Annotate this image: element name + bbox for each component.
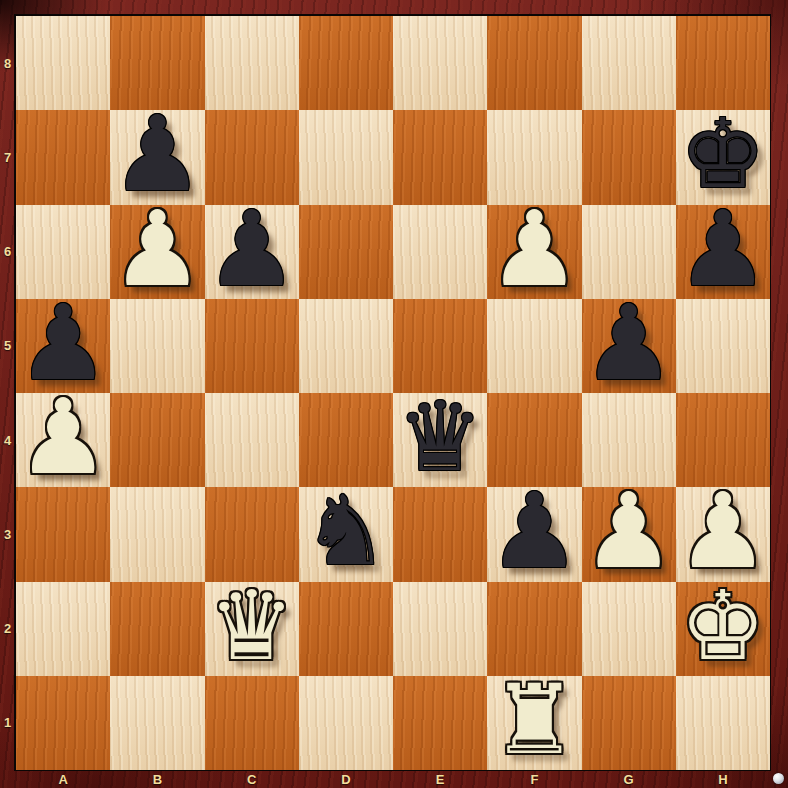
rank-label-2: 2 [0, 582, 15, 676]
square-d2[interactable] [299, 582, 393, 676]
square-d3[interactable]: ♞ [299, 487, 393, 581]
square-e7[interactable] [393, 110, 487, 204]
square-g2[interactable] [582, 582, 676, 676]
square-c3[interactable] [205, 487, 299, 581]
file-label-d: D [299, 770, 393, 788]
white-pawn-piece[interactable]: ♟ [582, 484, 675, 578]
black-pawn-piece[interactable]: ♟ [205, 202, 298, 296]
square-h6[interactable]: ♟ [676, 205, 770, 299]
black-pawn-piece[interactable]: ♟ [582, 296, 675, 390]
square-b6[interactable]: ♟ [110, 205, 204, 299]
square-f2[interactable] [487, 582, 581, 676]
file-labels: ABCDEFGH [16, 770, 770, 788]
square-c4[interactable] [205, 393, 299, 487]
black-knight-piece[interactable]: ♞ [303, 484, 389, 578]
square-g7[interactable] [582, 110, 676, 204]
white-queen-piece[interactable]: ♛ [209, 579, 295, 673]
square-g1[interactable] [582, 676, 676, 770]
white-pawn-piece[interactable]: ♟ [676, 484, 769, 578]
square-e5[interactable] [393, 299, 487, 393]
chess-board: ♟♚♟♟♟♟♟♟♟♛♞♟♟♟♛♚♜ [16, 16, 770, 770]
square-g8[interactable] [582, 16, 676, 110]
square-b4[interactable] [110, 393, 204, 487]
square-g5[interactable]: ♟ [582, 299, 676, 393]
file-label-e: E [393, 770, 487, 788]
rank-label-8: 8 [0, 16, 15, 110]
square-h3[interactable]: ♟ [676, 487, 770, 581]
square-f1[interactable]: ♜ [487, 676, 581, 770]
rank-label-4: 4 [0, 393, 15, 487]
square-h2[interactable]: ♚ [676, 582, 770, 676]
square-b3[interactable] [110, 487, 204, 581]
file-label-f: F [487, 770, 581, 788]
square-c8[interactable] [205, 16, 299, 110]
square-e1[interactable] [393, 676, 487, 770]
square-e2[interactable] [393, 582, 487, 676]
square-d1[interactable] [299, 676, 393, 770]
black-queen-piece[interactable]: ♛ [397, 390, 483, 484]
square-d4[interactable] [299, 393, 393, 487]
white-pawn-piece[interactable]: ♟ [17, 390, 110, 484]
square-a4[interactable]: ♟ [16, 393, 110, 487]
square-e8[interactable] [393, 16, 487, 110]
square-a3[interactable] [16, 487, 110, 581]
square-c5[interactable] [205, 299, 299, 393]
white-pawn-piece[interactable]: ♟ [488, 202, 581, 296]
rank-label-3: 3 [0, 487, 15, 581]
file-label-b: B [110, 770, 204, 788]
board-outline: ♟♚♟♟♟♟♟♟♟♛♞♟♟♟♛♚♜ [14, 14, 771, 771]
square-e6[interactable] [393, 205, 487, 299]
square-a1[interactable] [16, 676, 110, 770]
square-c2[interactable]: ♛ [205, 582, 299, 676]
white-pawn-piece[interactable]: ♟ [111, 202, 204, 296]
square-a8[interactable] [16, 16, 110, 110]
rank-labels: 87654321 [0, 16, 15, 770]
square-c1[interactable] [205, 676, 299, 770]
square-h8[interactable] [676, 16, 770, 110]
chess-board-frame: ♟♚♟♟♟♟♟♟♟♛♞♟♟♟♛♚♜ 87654321 ABCDEFGH [0, 0, 788, 788]
rank-label-5: 5 [0, 299, 15, 393]
file-label-g: G [582, 770, 676, 788]
square-f3[interactable]: ♟ [487, 487, 581, 581]
black-pawn-piece[interactable]: ♟ [488, 484, 581, 578]
black-pawn-piece[interactable]: ♟ [676, 202, 769, 296]
square-g3[interactable]: ♟ [582, 487, 676, 581]
square-f5[interactable] [487, 299, 581, 393]
file-label-c: C [205, 770, 299, 788]
square-d8[interactable] [299, 16, 393, 110]
square-b1[interactable] [110, 676, 204, 770]
square-f6[interactable]: ♟ [487, 205, 581, 299]
white-king-piece[interactable]: ♚ [680, 579, 766, 673]
square-e3[interactable] [393, 487, 487, 581]
square-h1[interactable] [676, 676, 770, 770]
rank-label-6: 6 [0, 205, 15, 299]
square-d7[interactable] [299, 110, 393, 204]
white-rook-piece[interactable]: ♜ [491, 673, 577, 767]
rank-label-1: 1 [0, 676, 15, 770]
rank-label-7: 7 [0, 110, 15, 204]
square-a2[interactable] [16, 582, 110, 676]
square-b2[interactable] [110, 582, 204, 676]
file-label-h: H [676, 770, 770, 788]
square-c6[interactable]: ♟ [205, 205, 299, 299]
white-to-move-indicator [773, 773, 784, 784]
square-d5[interactable] [299, 299, 393, 393]
square-f8[interactable] [487, 16, 581, 110]
square-d6[interactable] [299, 205, 393, 299]
square-b5[interactable] [110, 299, 204, 393]
square-h5[interactable] [676, 299, 770, 393]
square-a7[interactable] [16, 110, 110, 204]
file-label-a: A [16, 770, 110, 788]
square-e4[interactable]: ♛ [393, 393, 487, 487]
